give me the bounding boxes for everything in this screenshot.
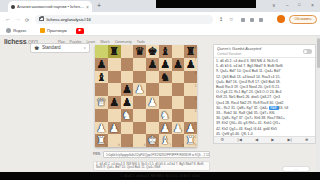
square-h8[interactable]: ♜8 — [184, 45, 197, 58]
file-coordinate: a — [105, 143, 107, 147]
square-b4[interactable]: ♟ — [108, 96, 121, 109]
window-maximize-icon[interactable]: □ — [298, 2, 300, 8]
new-tab-button[interactable]: + — [97, 2, 101, 10]
bookmark-star-icon[interactable]: ☆ — [229, 16, 233, 22]
square-d5[interactable]: ♟ — [133, 83, 146, 96]
bookmark-label: Практикум — [47, 28, 67, 33]
square-h6[interactable]: 6 — [184, 71, 197, 84]
bookmark-favicon-icon — [6, 28, 11, 33]
white-knight-c3[interactable]: ♞ — [121, 109, 134, 122]
square-b6[interactable] — [108, 71, 121, 84]
rank-coordinate: 3 — [195, 109, 197, 113]
square-a6[interactable]: ♝ — [95, 71, 108, 84]
white-pawn-g2[interactable]: ♟ — [172, 122, 185, 135]
youtube-bookmark-icon[interactable]: ▶ — [76, 28, 84, 34]
rank-coordinate: 6 — [195, 71, 197, 75]
black-queen-d8[interactable]: ♛ — [133, 45, 146, 58]
window-close-icon[interactable]: × — [311, 2, 314, 8]
square-g1[interactable]: g — [172, 134, 185, 147]
analysis-settings-icon[interactable]: ⚙ — [221, 137, 225, 142]
prev-move-button[interactable]: ◀ — [255, 137, 258, 142]
black-pawn-f7[interactable]: ♟ — [159, 58, 172, 71]
black-king-e8[interactable]: ♚ — [146, 45, 159, 58]
square-d8[interactable]: ♛ — [133, 45, 146, 58]
first-move-button[interactable]: |◀ — [237, 137, 241, 142]
square-f1[interactable]: ♝f — [159, 134, 172, 147]
white-pawn-f2[interactable]: ♟ — [159, 122, 172, 135]
square-b3[interactable] — [108, 109, 121, 122]
white-pawn-e4[interactable]: ♟ — [146, 96, 159, 109]
square-g3[interactable] — [172, 109, 185, 122]
variant-label: Standard — [42, 45, 84, 50]
pgn-input[interactable]: 1. d4 d5 2. c4 dxc4 3. Nf3 Nf6 4. Nc3 c5… — [93, 161, 210, 172]
reload-icon[interactable]: ⟳ — [25, 17, 29, 24]
black-pawn-b4[interactable]: ♟ — [108, 96, 121, 109]
tab-close-icon[interactable]: × — [86, 4, 89, 10]
square-c3[interactable]: ♞ — [121, 109, 134, 122]
tab-title: Анализ шахматной партии • lichess.org — [17, 4, 85, 9]
square-f7[interactable]: ♟ — [159, 58, 172, 71]
rank-coordinate: 2 — [195, 122, 197, 126]
square-b5[interactable] — [108, 83, 121, 96]
bookmark-item[interactable]: Практикум — [40, 28, 67, 33]
square-g8[interactable] — [172, 45, 185, 58]
square-g7[interactable]: ♟ — [172, 58, 185, 71]
square-f5[interactable] — [159, 83, 172, 96]
square-d1[interactable]: d — [133, 134, 146, 147]
file-coordinate: e — [156, 143, 158, 147]
square-g2[interactable]: ♟ — [172, 122, 185, 135]
tab-bar: Анализ шахматной партии • lichess.org × … — [0, 0, 320, 12]
square-e7[interactable]: ♟ — [146, 58, 159, 71]
playback-controls: ⚙|◀◀▶▶|≡ — [214, 136, 315, 144]
browser-window: Анализ шахматной партии • lichess.org × … — [0, 0, 320, 180]
rank-coordinate: 8 — [195, 46, 197, 50]
square-f8[interactable]: ♝ — [159, 45, 172, 58]
square-c7[interactable] — [121, 58, 134, 71]
square-a8[interactable] — [95, 45, 108, 58]
square-e1[interactable]: ♚e — [146, 134, 159, 147]
next-move-button[interactable]: ▶ — [271, 137, 274, 142]
profile-avatar[interactable] — [277, 15, 285, 23]
king-icon: ♚ — [34, 44, 39, 51]
square-d7[interactable] — [133, 58, 146, 71]
extensions-puzzle-icon[interactable] — [259, 18, 263, 22]
black-rook-b8[interactable]: ♜ — [108, 45, 121, 58]
square-d3[interactable] — [133, 109, 146, 122]
square-c4[interactable]: ♟ — [121, 96, 134, 109]
forward-icon[interactable]: → — [15, 16, 21, 23]
square-h1[interactable]: ♜1h — [184, 134, 197, 147]
fen-input[interactable]: 1r1qkb1r/p3pppp/b4n2/2pP4/Qpp1P3/2N2N2/P… — [103, 151, 210, 158]
white-queen-a4[interactable]: ♛ — [95, 96, 108, 109]
tab-favicon-icon — [11, 5, 15, 9]
square-h7[interactable]: ♟7 — [184, 58, 197, 71]
file-coordinate: b — [118, 143, 120, 147]
square-e8[interactable]: ♚ — [146, 45, 159, 58]
white-pawn-d5[interactable]: ♟ — [133, 83, 146, 96]
square-h3[interactable]: 3 — [184, 109, 197, 122]
file-coordinate: g — [182, 143, 184, 147]
window-minimize-icon[interactable]: − — [286, 2, 289, 8]
file-coordinate: h — [195, 143, 197, 147]
scrollbar-thumb[interactable] — [317, 38, 320, 68]
window-more-icon[interactable]: ∨ — [272, 2, 276, 8]
current-move[interactable]: Rb8 — [269, 106, 278, 110]
square-e5[interactable] — [146, 83, 159, 96]
black-bishop-a6[interactable]: ♝ — [95, 71, 108, 84]
black-pawn-c5[interactable]: ♟ — [121, 83, 134, 96]
black-pawn-g7[interactable]: ♟ — [172, 58, 185, 71]
chess-board: ♜♛♚♝♜8♟♟♟♟♟7♝♞6♟♟5♛♟♟♟4♞♞3♟♟♟♟♟2♜abcd♚e♝… — [95, 45, 197, 147]
square-f2[interactable]: ♟ — [159, 122, 172, 135]
padlock-icon — [39, 17, 44, 22]
last-move-button[interactable]: ▶| — [287, 137, 291, 142]
address-bar[interactable]: lichess.org/analysis#16 — [35, 15, 213, 24]
nav-item-tools[interactable]: Tools — [137, 40, 145, 44]
square-g4[interactable] — [172, 96, 185, 109]
move-list: 1. d4 d5 2. c4 dxc4 3. Nf3 Nf6 4. Nc3 c5… — [214, 58, 315, 137]
square-h2[interactable]: ♟2 — [184, 122, 197, 135]
bookmark-item[interactable]: Яндекс — [6, 28, 26, 33]
white-knight-f3[interactable]: ♞ — [159, 109, 172, 122]
engine-toggle[interactable] — [303, 49, 312, 54]
page-scrollbar[interactable] — [316, 36, 320, 172]
white-pawn-b2[interactable]: ♟ — [108, 122, 121, 135]
black-pawn-e7[interactable]: ♟ — [146, 58, 159, 71]
nav-item-watch[interactable]: Watch — [100, 40, 109, 44]
analysis-header: Queen's Gambit Accepted Central Variatio… — [214, 45, 315, 58]
square-d4[interactable] — [133, 96, 146, 109]
square-a3[interactable] — [95, 109, 108, 122]
square-d6[interactable] — [133, 71, 146, 84]
chevron-down-icon: ∨ — [83, 46, 86, 50]
black-knight-f6[interactable]: ♞ — [159, 71, 172, 84]
rank-coordinate: 4 — [195, 97, 197, 101]
square-a1[interactable]: ♜a — [95, 134, 108, 147]
menu-icon[interactable]: ≡ — [305, 137, 308, 142]
square-a2[interactable]: ♟ — [95, 122, 108, 135]
footer-faint-text: 1. d4 d5 2. c4 dxc4 3. Nf3 Nf6 4. Nc3 c5… — [0, 174, 320, 178]
black-bishop-f8[interactable]: ♝ — [159, 45, 172, 58]
square-c5[interactable]: ♟ — [121, 83, 134, 96]
square-a4[interactable]: ♛ — [95, 96, 108, 109]
square-c2[interactable] — [121, 122, 134, 135]
black-pawn-c4[interactable]: ♟ — [121, 96, 134, 109]
square-b1[interactable]: b — [108, 134, 121, 147]
square-e3[interactable] — [146, 109, 159, 122]
square-a7[interactable]: ♟ — [95, 58, 108, 71]
square-e6[interactable] — [146, 71, 159, 84]
chrome-update-button[interactable]: Обновить — [289, 15, 317, 24]
share-icon[interactable]: ↥ — [219, 16, 223, 22]
square-b8[interactable]: ♜ — [108, 45, 121, 58]
square-e2[interactable] — [146, 122, 159, 135]
square-h5[interactable]: 5 — [184, 83, 197, 96]
nav-item-community[interactable]: Community — [115, 40, 132, 44]
square-e4[interactable]: ♟ — [146, 96, 159, 109]
bookmark-label: Яндекс — [13, 28, 26, 33]
rank-coordinate: 7 — [195, 58, 197, 62]
square-h4[interactable]: 4 — [184, 96, 197, 109]
file-coordinate: c — [131, 143, 132, 147]
square-f4[interactable] — [159, 96, 172, 109]
black-pawn-a7[interactable]: ♟ — [95, 58, 108, 71]
white-pawn-a2[interactable]: ♟ — [95, 122, 108, 135]
analysis-panel: Queen's Gambit Accepted Central Variatio… — [213, 44, 316, 144]
rank-coordinate: 1 — [195, 135, 197, 139]
square-c6[interactable] — [121, 71, 134, 84]
square-f3[interactable]: ♞ — [159, 109, 172, 122]
back-icon[interactable]: ← — [5, 16, 11, 23]
bookmark-favicon-icon — [40, 28, 45, 33]
square-g6[interactable] — [172, 71, 185, 84]
square-a5[interactable] — [95, 83, 108, 96]
square-g5[interactable] — [172, 83, 185, 96]
square-c8[interactable] — [121, 45, 134, 58]
square-b2[interactable]: ♟ — [108, 122, 121, 135]
square-d2[interactable] — [133, 122, 146, 135]
tabbar-dark-strip — [156, 0, 256, 8]
variant-select[interactable]: ♚ Standard ∨ — [30, 43, 90, 53]
opening-name: Queen's Gambit Accepted — [217, 47, 261, 51]
opening-variation: Central Variation — [217, 52, 241, 56]
extension-icon[interactable] — [250, 18, 254, 22]
rank-coordinate: 5 — [195, 84, 197, 88]
file-coordinate: d — [144, 143, 146, 147]
square-b7[interactable] — [108, 58, 121, 71]
square-f6[interactable]: ♞ — [159, 71, 172, 84]
square-c1[interactable]: c — [121, 134, 134, 147]
fen-label: FEN — [93, 152, 100, 156]
browser-tab[interactable]: Анализ шахматной партии • lichess.org × — [8, 1, 92, 12]
url-text: lichess.org/analysis#16 — [47, 17, 91, 22]
extension-icon[interactable] — [241, 18, 245, 22]
toggle-knob — [304, 50, 308, 54]
